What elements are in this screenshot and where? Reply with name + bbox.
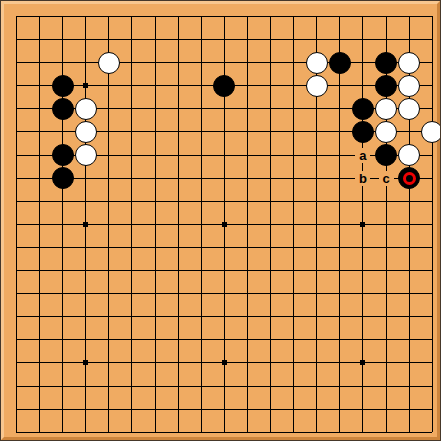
white-stone-17-4 bbox=[398, 98, 420, 120]
hoshi-point bbox=[360, 360, 365, 365]
black-stone-15-5 bbox=[352, 121, 374, 143]
go-board[interactable]: abc bbox=[7, 7, 434, 434]
go-board-frame: abc bbox=[0, 0, 441, 441]
grid-line-v-14 bbox=[339, 16, 340, 432]
black-stone-16-6 bbox=[375, 144, 397, 166]
hoshi-point bbox=[360, 222, 365, 227]
last-move-marker bbox=[403, 172, 416, 185]
white-stone-13-2 bbox=[306, 52, 328, 74]
grid-line-h-18 bbox=[16, 432, 432, 433]
black-stone-9-3 bbox=[213, 75, 235, 97]
white-stone-17-3 bbox=[398, 75, 420, 97]
grid-line-v-12 bbox=[293, 16, 294, 432]
grid-line-h-11 bbox=[16, 270, 432, 271]
black-stone-15-4 bbox=[352, 98, 374, 120]
grid-line-h-10 bbox=[16, 247, 432, 248]
white-stone-4-2 bbox=[98, 52, 120, 74]
grid-line-h-14 bbox=[16, 339, 432, 340]
black-stone-2-3 bbox=[52, 75, 74, 97]
white-stone-3-4 bbox=[75, 98, 97, 120]
point-label-c: c bbox=[379, 171, 394, 186]
grid-line-v-10 bbox=[247, 16, 248, 432]
grid-line-h-12 bbox=[16, 293, 432, 294]
white-stone-17-6 bbox=[398, 144, 420, 166]
hoshi-point bbox=[222, 360, 227, 365]
white-stone-13-3 bbox=[306, 75, 328, 97]
white-stone-18-5 bbox=[421, 121, 441, 143]
grid-line-h-16 bbox=[16, 386, 432, 387]
grid-line-v-18 bbox=[432, 16, 433, 432]
white-stone-16-4 bbox=[375, 98, 397, 120]
white-stone-16-5 bbox=[375, 121, 397, 143]
hoshi-point bbox=[222, 222, 227, 227]
hoshi-point bbox=[83, 83, 88, 88]
black-stone-16-3 bbox=[375, 75, 397, 97]
grid-line-h-17 bbox=[16, 409, 432, 410]
grid-line-h-13 bbox=[16, 316, 432, 317]
black-stone-2-6 bbox=[52, 144, 74, 166]
point-label-b: b bbox=[355, 171, 370, 186]
black-stone-14-2 bbox=[329, 52, 351, 74]
board-bevel: abc bbox=[1, 1, 440, 440]
point-label-a: a bbox=[355, 148, 370, 163]
hoshi-point bbox=[83, 222, 88, 227]
black-stone-2-4 bbox=[52, 98, 74, 120]
black-stone-2-7 bbox=[52, 167, 74, 189]
grid-line-v-11 bbox=[270, 16, 271, 432]
white-stone-3-5 bbox=[75, 121, 97, 143]
white-stone-17-2 bbox=[398, 52, 420, 74]
black-stone-16-2 bbox=[375, 52, 397, 74]
white-stone-3-6 bbox=[75, 144, 97, 166]
hoshi-point bbox=[83, 360, 88, 365]
